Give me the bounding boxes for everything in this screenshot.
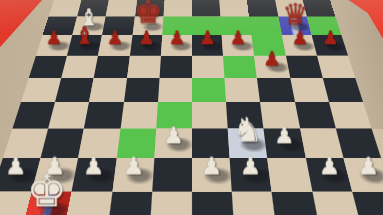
square-g7[interactable]	[223, 56, 257, 78]
square-h3[interactable]	[268, 158, 312, 191]
square-e8[interactable]: ♟	[161, 35, 192, 55]
piece-red-piece-top[interactable]: ♜	[107, 0, 135, 10]
piece-red-pawn[interactable]: ♟	[223, 29, 254, 48]
square-e7[interactable]	[159, 56, 192, 78]
square-b8[interactable]: ♝	[67, 35, 102, 55]
square-f3[interactable]: ♟	[192, 158, 232, 191]
square-e3[interactable]	[152, 158, 192, 191]
square-i3[interactable]: ♟	[306, 158, 352, 191]
square-j7[interactable]	[317, 56, 355, 78]
square-h9[interactable]	[249, 17, 281, 36]
square-e10[interactable]: ♜	[163, 0, 192, 17]
square-h10[interactable]	[247, 0, 278, 17]
square-g10[interactable]: ♜	[220, 0, 250, 17]
piece-white-pawn[interactable]: ♟	[114, 155, 153, 179]
piece-white-pawn[interactable]: ♟	[155, 124, 192, 147]
square-f10[interactable]: ♜	[192, 0, 221, 17]
square-b2[interactable]: ♚	[23, 191, 72, 215]
board-scene: ♜♜♜♜♝♚♛♟♝♟♟♟♟♟♟♟♟♟♞♟♟♟♟♟♟♟♟♟♚	[0, 0, 383, 215]
square-j5[interactable]	[329, 102, 372, 129]
square-c3[interactable]: ♟	[72, 158, 116, 191]
square-d5[interactable]	[120, 102, 158, 129]
piece-white-pawn[interactable]: ♟	[266, 124, 303, 147]
square-c2[interactable]	[65, 191, 112, 215]
square-f7[interactable]	[192, 56, 225, 78]
square-b7[interactable]	[61, 56, 98, 78]
square-f6[interactable]	[192, 78, 226, 102]
square-c10[interactable]: ♜	[106, 0, 137, 17]
square-c6[interactable]	[89, 78, 126, 102]
square-g3[interactable]: ♟	[230, 158, 272, 191]
chess-board[interactable]: ♜♜♜♜♝♚♛♟♝♟♟♟♟♟♟♟♟♟♞♟♟♟♟♟♟♟♟♟♚	[0, 0, 383, 215]
square-b6[interactable]	[55, 78, 94, 102]
piece-red-pawn[interactable]: ♟	[192, 29, 223, 48]
square-b5[interactable]	[48, 102, 89, 129]
square-e2[interactable]	[150, 191, 192, 215]
piece-white-king[interactable]: ♚	[26, 169, 67, 214]
piece-red-pawn[interactable]: ♟	[256, 50, 288, 70]
piece-red-pawn[interactable]: ♟	[315, 29, 346, 48]
square-a6[interactable]	[21, 78, 61, 102]
square-g6[interactable]	[225, 78, 261, 102]
piece-red-piece-top[interactable]: ♜	[192, 0, 220, 10]
game-viewport: ♜♜♜♜♝♚♛♟♝♟♟♟♟♟♟♟♟♟♞♟♟♟♟♟♟♟♟♟♚	[0, 0, 383, 215]
square-j2[interactable]	[352, 191, 383, 215]
piece-red-pawn[interactable]: ♟	[284, 29, 315, 48]
square-d7[interactable]	[127, 56, 161, 78]
piece-white-pawn[interactable]: ♟	[192, 155, 231, 179]
piece-white-pawn[interactable]: ♟	[310, 155, 349, 179]
piece-white-pawn[interactable]: ♟	[231, 155, 270, 179]
piece-red-pawn[interactable]: ♟	[161, 29, 192, 48]
piece-white-pawn[interactable]: ♟	[349, 155, 383, 179]
square-d3[interactable]: ♟	[112, 158, 154, 191]
square-d8[interactable]: ♟	[130, 35, 163, 55]
piece-white-pawn[interactable]: ♟	[74, 155, 113, 179]
square-c8[interactable]: ♟	[98, 35, 132, 55]
square-f2[interactable]	[192, 191, 234, 215]
piece-white-knight[interactable]: ♞	[229, 114, 266, 148]
square-g2[interactable]	[232, 191, 277, 215]
piece-red-piece-top[interactable]: ♜	[164, 0, 192, 10]
piece-red-king[interactable]: ♚	[133, 0, 162, 28]
square-j8[interactable]: ♟	[312, 35, 348, 55]
square-e6[interactable]	[158, 78, 192, 102]
square-d6[interactable]	[124, 78, 160, 102]
square-h6[interactable]	[257, 78, 294, 102]
square-c7[interactable]	[94, 56, 129, 78]
piece-red-pawn[interactable]: ♟	[131, 29, 162, 48]
piece-red-bishop[interactable]: ♝	[69, 24, 100, 48]
square-h7[interactable]: ♟	[254, 56, 289, 78]
square-c5[interactable]	[84, 102, 123, 129]
piece-red-piece-top[interactable]: ♜	[220, 0, 248, 10]
square-j6[interactable]	[323, 78, 363, 102]
piece-red-queen[interactable]: ♛	[280, 0, 309, 28]
square-f5[interactable]	[192, 102, 228, 129]
square-e4[interactable]: ♟	[154, 129, 192, 159]
piece-red-pawn[interactable]: ♟	[38, 29, 69, 48]
square-d2[interactable]	[107, 191, 152, 215]
square-f8[interactable]: ♟	[192, 35, 223, 55]
square-g8[interactable]: ♟	[222, 35, 255, 55]
piece-red-pawn[interactable]: ♟	[100, 29, 131, 48]
